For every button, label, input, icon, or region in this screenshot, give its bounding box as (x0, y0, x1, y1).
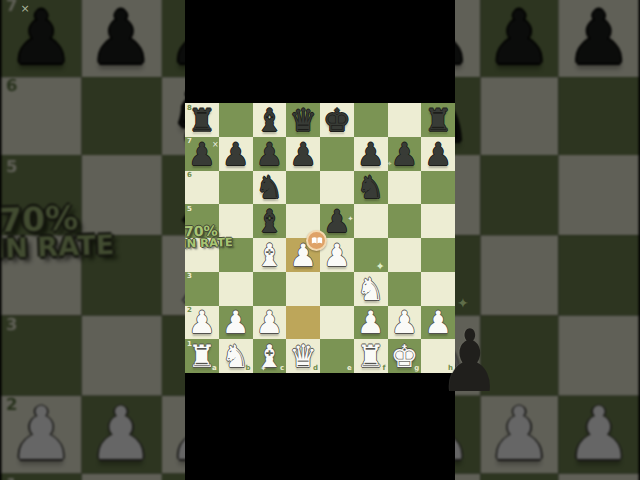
white-pawn-g2: ♟ (479, 395, 559, 475)
white-bishop-c4[interactable]: ♝ (253, 238, 287, 272)
square-c5[interactable]: ♝ (253, 204, 287, 238)
square-f1[interactable]: f♜ (354, 339, 388, 373)
square-h5[interactable] (421, 204, 455, 238)
black-queen-d8[interactable]: ♛ (286, 103, 320, 137)
black-knight-f6[interactable]: ♞ (354, 171, 388, 205)
square-e6[interactable] (320, 171, 354, 205)
black-king-e8[interactable]: ♚ (320, 103, 354, 137)
square-h2: ♟ (559, 395, 639, 475)
square-g5 (479, 156, 559, 236)
black-pawn-e5[interactable]: ♟ (320, 204, 354, 238)
square-g4[interactable] (388, 238, 422, 272)
square-a2[interactable]: 2♟ (185, 306, 219, 340)
square-f2[interactable]: ♟ (354, 306, 388, 340)
rank-label: 5 (187, 206, 192, 213)
square-a2: 2♟ (1, 395, 81, 475)
black-knight-c6[interactable]: ♞ (253, 171, 287, 205)
black-bishop-c5[interactable]: ♝ (253, 204, 287, 238)
black-pawn-a7[interactable]: ♟ (185, 137, 219, 171)
square-e5[interactable]: ♟ (320, 204, 354, 238)
square-d3[interactable] (286, 272, 320, 306)
square-f7[interactable]: ♟ (354, 137, 388, 171)
white-king-g1: ♚ (479, 474, 559, 480)
square-a6: 6 (1, 76, 81, 156)
white-bishop-c1[interactable]: ♝ (253, 339, 287, 373)
square-a1: 1a♜ (1, 474, 81, 480)
square-a3[interactable]: 3 (185, 272, 219, 306)
black-pawn-b7: ♟ (81, 0, 161, 76)
square-c1[interactable]: c♝ (253, 339, 287, 373)
white-knight-b1: ♞ (81, 474, 161, 480)
square-d8[interactable]: ♛ (286, 103, 320, 137)
square-a3: 3 (1, 315, 81, 395)
white-pawn-h2: ♟ (559, 395, 639, 475)
black-bishop-c8[interactable]: ♝ (253, 103, 287, 137)
shorts-stage: 8♜♝♛♚♜7♟♟♟♟♟♟♟6♞♞5♝♟4♝♟♟3♞2♟♟♟♟♟♟1a♜b♞c♝… (0, 0, 640, 480)
white-pawn-a2[interactable]: ♟ (185, 306, 219, 340)
rank-label: 5 (6, 159, 18, 176)
white-pawn-h2[interactable]: ♟ (421, 306, 455, 340)
white-king-g1[interactable]: ♚ (388, 339, 422, 373)
white-pawn-a2: ♟ (1, 395, 81, 475)
square-f3[interactable]: ♞ (354, 272, 388, 306)
square-a7: 7♟ (1, 0, 81, 76)
square-g6 (479, 76, 559, 156)
black-pawn-b7[interactable]: ♟ (219, 137, 253, 171)
square-a4[interactable]: 4 (185, 238, 219, 272)
square-g7: ♟ (479, 0, 559, 76)
square-g1: g♚ (479, 474, 559, 480)
file-label: h (448, 365, 453, 372)
square-h5 (559, 156, 639, 236)
chess-video-panel: 8♜♝♛♚♜7♟♟♟♟♟♟♟6♞♞5♝♟4♝♟♟3♞2♟♟♟♟♟♟1a♜b♞c♝… (185, 0, 455, 480)
square-b5[interactable] (219, 204, 253, 238)
square-a5: 5 (1, 156, 81, 236)
square-c6[interactable]: ♞ (253, 171, 287, 205)
rank-label: 3 (6, 318, 18, 335)
black-rook-h8[interactable]: ♜ (421, 103, 455, 137)
square-a1[interactable]: 1a♜ (185, 339, 219, 373)
white-queen-d1[interactable]: ♛ (286, 339, 320, 373)
rank-label: 4 (187, 240, 192, 247)
square-e8[interactable]: ♚ (320, 103, 354, 137)
square-g6[interactable] (388, 171, 422, 205)
square-h7: ♟ (559, 0, 639, 76)
square-b6[interactable] (219, 171, 253, 205)
square-b3 (81, 315, 161, 395)
square-b8[interactable] (219, 103, 253, 137)
white-rook-a1[interactable]: ♜ (185, 339, 219, 373)
square-g4 (479, 235, 559, 315)
square-g3[interactable] (388, 272, 422, 306)
square-b2[interactable]: ♟ (219, 306, 253, 340)
square-g2[interactable]: ♟ (388, 306, 422, 340)
square-a8[interactable]: 8♜ (185, 103, 219, 137)
square-g8[interactable] (388, 103, 422, 137)
square-h1[interactable]: h (421, 339, 455, 373)
black-pawn-g7: ♟ (479, 0, 559, 76)
square-b6 (81, 76, 161, 156)
square-h3 (559, 315, 639, 395)
square-h3[interactable] (421, 272, 455, 306)
black-rook-a8[interactable]: ♜ (185, 103, 219, 137)
square-d6[interactable] (286, 171, 320, 205)
square-c8[interactable]: ♝ (253, 103, 287, 137)
square-b4 (81, 235, 161, 315)
rank-label: 6 (187, 172, 192, 179)
square-d1[interactable]: d♛ (286, 339, 320, 373)
square-g1[interactable]: g♚ (388, 339, 422, 373)
square-f6[interactable]: ♞ (354, 171, 388, 205)
square-g2: ♟ (479, 395, 559, 475)
square-h8[interactable]: ♜ (421, 103, 455, 137)
square-c2[interactable]: ♟ (253, 306, 287, 340)
white-pawn-b2: ♟ (81, 395, 161, 475)
white-pawn-b2[interactable]: ♟ (219, 306, 253, 340)
rank-label: 6 (6, 80, 18, 97)
square-h6 (559, 76, 639, 156)
black-pawn-h7[interactable]: ♟ (421, 137, 455, 171)
black-pawn-f7[interactable]: ♟ (354, 137, 388, 171)
square-d2[interactable] (286, 306, 320, 340)
square-c7[interactable]: ♟ (253, 137, 287, 171)
square-h2[interactable]: ♟ (421, 306, 455, 340)
white-knight-f3[interactable]: ♞ (354, 272, 388, 306)
white-pawn-c2[interactable]: ♟ (253, 306, 287, 340)
square-c3[interactable] (253, 272, 287, 306)
square-h6[interactable] (421, 171, 455, 205)
file-label: e (347, 365, 352, 372)
black-pawn-a7: ♟ (1, 0, 81, 76)
square-b4[interactable] (219, 238, 253, 272)
square-b3[interactable] (219, 272, 253, 306)
square-a7[interactable]: 7♟ (185, 137, 219, 171)
square-b1[interactable]: b♞ (219, 339, 253, 373)
square-b1: b♞ (81, 474, 161, 480)
square-d7[interactable]: ♟ (286, 137, 320, 171)
square-h4[interactable] (421, 238, 455, 272)
white-pawn-f2[interactable]: ♟ (354, 306, 388, 340)
square-a4: 4 (1, 235, 81, 315)
square-a6[interactable]: 6 (185, 171, 219, 205)
square-e1[interactable]: e (320, 339, 354, 373)
rank-label: 4 (6, 239, 18, 256)
square-h7[interactable]: ♟ (421, 137, 455, 171)
black-pawn-d7[interactable]: ♟ (286, 137, 320, 171)
square-e2[interactable] (320, 306, 354, 340)
black-pawn-c7[interactable]: ♟ (253, 137, 287, 171)
square-b2: ♟ (81, 395, 161, 475)
square-b5 (81, 156, 161, 236)
white-pawn-g2[interactable]: ♟ (388, 306, 422, 340)
white-knight-b1[interactable]: ♞ (219, 339, 253, 373)
square-f4[interactable] (354, 238, 388, 272)
square-b7[interactable]: ♟ (219, 137, 253, 171)
square-h4 (559, 235, 639, 315)
square-g5[interactable] (388, 204, 422, 238)
black-pawn-g7[interactable]: ♟ (388, 137, 422, 171)
white-rook-a1: ♜ (1, 474, 81, 480)
rank-label: 3 (187, 273, 192, 280)
square-e3[interactable] (320, 272, 354, 306)
square-f8[interactable] (354, 103, 388, 137)
square-b7: ♟ (81, 0, 161, 76)
open-book-glyph (311, 236, 323, 245)
square-g3 (479, 315, 559, 395)
black-pawn-h7: ♟ (559, 0, 639, 76)
square-a5[interactable]: 5 (185, 204, 219, 238)
opening-book-icon (306, 230, 327, 251)
square-e7[interactable] (320, 137, 354, 171)
white-rook-f1[interactable]: ♜ (354, 339, 388, 373)
square-g7[interactable]: ♟ (388, 137, 422, 171)
square-f5[interactable] (354, 204, 388, 238)
square-c4[interactable]: ♝ (253, 238, 287, 272)
